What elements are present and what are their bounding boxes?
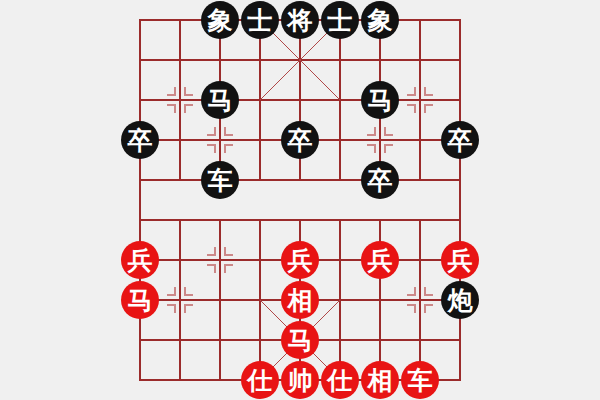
- marker-corner: [184, 104, 193, 113]
- marker-corner: [424, 304, 433, 313]
- marker-corner: [207, 127, 216, 136]
- marker-corner: [407, 87, 416, 96]
- piece-red-soldier[interactable]: 兵: [121, 241, 159, 279]
- piece-red-elephant[interactable]: 相: [361, 361, 399, 399]
- marker-corner: [167, 304, 176, 313]
- marker-corner: [424, 87, 433, 96]
- piece-black-soldier[interactable]: 卒: [361, 161, 399, 199]
- piece-red-advisor[interactable]: 仕: [321, 361, 359, 399]
- piece-black-horse[interactable]: 马: [361, 81, 399, 119]
- piece-black-elephant[interactable]: 象: [201, 1, 239, 39]
- xiangqi-board: 象士将士象马马卒卒卒车卒炮兵兵兵兵马相马仕帅仕相车: [0, 0, 600, 400]
- marker-corner: [384, 127, 393, 136]
- marker-corner: [224, 144, 233, 153]
- piece-red-advisor[interactable]: 仕: [241, 361, 279, 399]
- marker-corner: [224, 264, 233, 273]
- point-marker: [206, 246, 234, 274]
- marker-corner: [424, 287, 433, 296]
- marker-corner: [207, 264, 216, 273]
- piece-black-advisor[interactable]: 士: [321, 1, 359, 39]
- piece-black-cannon[interactable]: 炮: [441, 281, 479, 319]
- piece-black-advisor[interactable]: 士: [241, 1, 279, 39]
- marker-corner: [184, 304, 193, 313]
- piece-red-soldier[interactable]: 兵: [281, 241, 319, 279]
- piece-red-chariot[interactable]: 车: [401, 361, 439, 399]
- point-marker: [406, 286, 434, 314]
- point-marker: [406, 86, 434, 114]
- marker-corner: [207, 247, 216, 256]
- piece-red-general[interactable]: 帅: [281, 361, 319, 399]
- marker-corner: [407, 104, 416, 113]
- piece-red-elephant[interactable]: 相: [281, 281, 319, 319]
- marker-corner: [184, 287, 193, 296]
- point-marker: [166, 286, 194, 314]
- piece-black-elephant[interactable]: 象: [361, 1, 399, 39]
- marker-corner: [384, 144, 393, 153]
- marker-corner: [184, 87, 193, 96]
- point-marker: [166, 86, 194, 114]
- point-marker: [366, 126, 394, 154]
- marker-corner: [424, 104, 433, 113]
- piece-black-soldier[interactable]: 卒: [281, 121, 319, 159]
- piece-black-soldier[interactable]: 卒: [441, 121, 479, 159]
- marker-corner: [207, 144, 216, 153]
- piece-red-soldier[interactable]: 兵: [441, 241, 479, 279]
- point-marker: [206, 126, 234, 154]
- piece-black-horse[interactable]: 马: [201, 81, 239, 119]
- marker-corner: [407, 287, 416, 296]
- marker-corner: [367, 127, 376, 136]
- piece-black-general[interactable]: 将: [281, 1, 319, 39]
- piece-black-chariot[interactable]: 车: [201, 161, 239, 199]
- piece-red-horse[interactable]: 马: [281, 321, 319, 359]
- marker-corner: [407, 304, 416, 313]
- marker-corner: [224, 247, 233, 256]
- marker-corner: [167, 287, 176, 296]
- marker-corner: [167, 104, 176, 113]
- marker-corner: [224, 127, 233, 136]
- piece-red-soldier[interactable]: 兵: [361, 241, 399, 279]
- piece-black-soldier[interactable]: 卒: [121, 121, 159, 159]
- marker-corner: [367, 144, 376, 153]
- marker-corner: [167, 87, 176, 96]
- piece-red-horse[interactable]: 马: [121, 281, 159, 319]
